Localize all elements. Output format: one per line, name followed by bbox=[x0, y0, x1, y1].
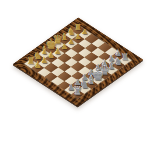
chess-set-photo: ♜♞♝♛♚♝♞♜♟♟♟♟♟♟♟♟♟♟♟♟♟♟♟♟♜♞♝♛♚♝♞♜ bbox=[0, 0, 150, 150]
board-grid bbox=[24, 25, 131, 98]
chess-board bbox=[0, 0, 150, 150]
board-frame bbox=[13, 18, 143, 107]
